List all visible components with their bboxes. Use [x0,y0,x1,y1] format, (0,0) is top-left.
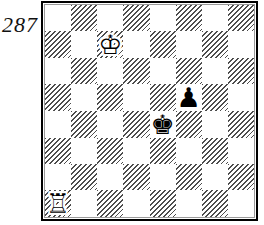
square-e2[interactable] [150,164,176,190]
board-inner-frame: ♔♟♚♖ [44,4,255,218]
square-d7[interactable] [123,31,149,58]
square-a1[interactable]: ♖ [45,190,71,217]
square-d5[interactable] [123,84,149,111]
square-b7[interactable] [71,31,97,58]
square-b5[interactable] [71,84,97,111]
square-f7[interactable] [176,31,202,58]
square-b3[interactable] [71,138,97,164]
square-d2[interactable] [123,164,149,190]
square-e7[interactable] [150,31,176,58]
square-b2[interactable] [71,164,97,190]
square-e3[interactable] [150,138,176,164]
square-e1[interactable] [150,190,176,217]
square-h8[interactable] [228,5,254,31]
square-h2[interactable] [228,164,254,190]
square-d8[interactable] [123,5,149,31]
page: 287 ♔♟♚♖ [0,0,264,225]
square-b4[interactable] [71,111,97,138]
square-c7[interactable]: ♔ [97,31,123,58]
square-a7[interactable] [45,31,71,58]
square-h3[interactable] [228,138,254,164]
square-g1[interactable] [202,190,228,217]
square-h6[interactable] [228,58,254,84]
square-f6[interactable] [176,58,202,84]
square-c3[interactable] [97,138,123,164]
square-a2[interactable] [45,164,71,190]
square-a6[interactable] [45,58,71,84]
square-h4[interactable] [228,111,254,138]
square-f4[interactable] [176,111,202,138]
square-b6[interactable] [71,58,97,84]
square-c8[interactable] [97,5,123,31]
square-h1[interactable] [228,190,254,217]
square-a8[interactable] [45,5,71,31]
diagram-number: 287 [2,12,38,38]
square-g3[interactable] [202,138,228,164]
square-f8[interactable] [176,5,202,31]
square-e6[interactable] [150,58,176,84]
square-f3[interactable] [176,138,202,164]
square-h5[interactable] [228,84,254,111]
square-e4[interactable]: ♚ [150,111,176,138]
square-e5[interactable] [150,84,176,111]
square-h7[interactable] [228,31,254,58]
chess-board: ♔♟♚♖ [41,1,258,221]
square-g2[interactable] [202,164,228,190]
black-king-e4[interactable]: ♚ [150,111,174,138]
square-b8[interactable] [71,5,97,31]
white-king-c7[interactable]: ♔ [98,31,122,58]
square-g4[interactable] [202,111,228,138]
square-f1[interactable] [176,190,202,217]
square-c5[interactable] [97,84,123,111]
square-c6[interactable] [97,58,123,84]
square-g8[interactable] [202,5,228,31]
square-c2[interactable] [97,164,123,190]
square-c4[interactable] [97,111,123,138]
white-rook-a1[interactable]: ♖ [46,190,70,217]
black-pawn-f5[interactable]: ♟ [177,84,201,111]
square-a4[interactable] [45,111,71,138]
square-a3[interactable] [45,138,71,164]
square-g6[interactable] [202,58,228,84]
board-grid: ♔♟♚♖ [45,5,254,217]
square-c1[interactable] [97,190,123,217]
square-g5[interactable] [202,84,228,111]
square-f2[interactable] [176,164,202,190]
square-d6[interactable] [123,58,149,84]
square-g7[interactable] [202,31,228,58]
square-d3[interactable] [123,138,149,164]
square-b1[interactable] [71,190,97,217]
square-f5[interactable]: ♟ [176,84,202,111]
square-d1[interactable] [123,190,149,217]
square-a5[interactable] [45,84,71,111]
square-e8[interactable] [150,5,176,31]
square-d4[interactable] [123,111,149,138]
